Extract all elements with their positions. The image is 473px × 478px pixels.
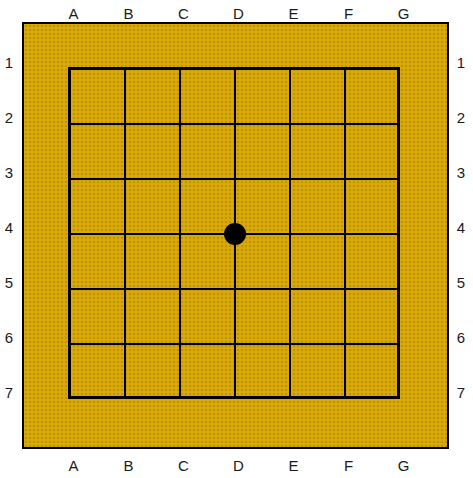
col-label-bottom-B: B: [101, 457, 156, 474]
intersection-E1[interactable]: [262, 41, 317, 96]
row-label-right-1: 1: [453, 35, 469, 90]
row-label-left-7: 7: [1, 365, 17, 420]
intersection-F5[interactable]: [317, 261, 372, 316]
intersection-C5[interactable]: [152, 261, 207, 316]
intersection-B4[interactable]: [97, 206, 152, 261]
col-label-top-E: E: [266, 5, 321, 22]
intersection-D7[interactable]: [207, 371, 262, 426]
row-label-left-3: 3: [1, 145, 17, 200]
intersection-G7[interactable]: [372, 371, 427, 426]
intersection-F6[interactable]: [317, 316, 372, 371]
col-label-top-C: C: [156, 5, 211, 22]
intersection-A7[interactable]: [42, 371, 97, 426]
col-label-bottom-G: G: [376, 457, 431, 474]
go-board: [22, 22, 449, 449]
intersection-E3[interactable]: [262, 151, 317, 206]
col-label-bottom-F: F: [321, 457, 376, 474]
intersection-B1[interactable]: [97, 41, 152, 96]
intersection-B5[interactable]: [97, 261, 152, 316]
intersection-C7[interactable]: [152, 371, 207, 426]
row-label-left-1: 1: [1, 35, 17, 90]
intersection-E2[interactable]: [262, 96, 317, 151]
star-point-D4: [224, 223, 246, 245]
row-labels-right: 1234567: [453, 35, 469, 420]
intersection-F3[interactable]: [317, 151, 372, 206]
col-label-bottom-C: C: [156, 457, 211, 474]
row-label-right-6: 6: [453, 310, 469, 365]
intersection-C3[interactable]: [152, 151, 207, 206]
col-label-top-D: D: [211, 5, 266, 22]
intersection-A5[interactable]: [42, 261, 97, 316]
intersection-A1[interactable]: [42, 41, 97, 96]
intersection-C4[interactable]: [152, 206, 207, 261]
intersection-E5[interactable]: [262, 261, 317, 316]
row-label-left-2: 2: [1, 90, 17, 145]
col-label-top-B: B: [101, 5, 156, 22]
intersection-D4[interactable]: [207, 206, 262, 261]
intersection-G2[interactable]: [372, 96, 427, 151]
intersection-D3[interactable]: [207, 151, 262, 206]
intersection-C6[interactable]: [152, 316, 207, 371]
intersection-A3[interactable]: [42, 151, 97, 206]
intersection-G3[interactable]: [372, 151, 427, 206]
row-label-left-5: 5: [1, 255, 17, 310]
row-label-right-2: 2: [453, 90, 469, 145]
col-label-top-A: A: [46, 5, 101, 22]
intersection-A6[interactable]: [42, 316, 97, 371]
intersection-G5[interactable]: [372, 261, 427, 316]
intersection-E7[interactable]: [262, 371, 317, 426]
col-label-bottom-E: E: [266, 457, 321, 474]
intersection-E6[interactable]: [262, 316, 317, 371]
row-label-right-4: 4: [453, 200, 469, 255]
intersection-G4[interactable]: [372, 206, 427, 261]
intersection-B6[interactable]: [97, 316, 152, 371]
row-label-right-7: 7: [453, 365, 469, 420]
row-label-left-6: 6: [1, 310, 17, 365]
intersection-B2[interactable]: [97, 96, 152, 151]
go-board-diagram: ABCDEFG ABCDEFG 1234567 1234567: [0, 0, 473, 478]
intersection-F1[interactable]: [317, 41, 372, 96]
column-labels-bottom: ABCDEFG: [46, 457, 431, 474]
intersection-F2[interactable]: [317, 96, 372, 151]
row-label-right-3: 3: [453, 145, 469, 200]
intersection-F7[interactable]: [317, 371, 372, 426]
intersection-D1[interactable]: [207, 41, 262, 96]
intersection-F4[interactable]: [317, 206, 372, 261]
col-label-bottom-D: D: [211, 457, 266, 474]
row-label-left-4: 4: [1, 200, 17, 255]
intersection-C2[interactable]: [152, 96, 207, 151]
col-label-top-F: F: [321, 5, 376, 22]
column-labels-top: ABCDEFG: [46, 5, 431, 22]
intersection-C1[interactable]: [152, 41, 207, 96]
col-label-bottom-A: A: [46, 457, 101, 474]
intersection-A4[interactable]: [42, 206, 97, 261]
intersection-G1[interactable]: [372, 41, 427, 96]
row-label-right-5: 5: [453, 255, 469, 310]
intersection-D5[interactable]: [207, 261, 262, 316]
intersection-D2[interactable]: [207, 96, 262, 151]
intersection-G6[interactable]: [372, 316, 427, 371]
intersection-B3[interactable]: [97, 151, 152, 206]
intersection-A2[interactable]: [42, 96, 97, 151]
row-labels-left: 1234567: [1, 35, 17, 420]
intersection-B7[interactable]: [97, 371, 152, 426]
intersection-E4[interactable]: [262, 206, 317, 261]
board-intersections: [42, 41, 427, 426]
col-label-top-G: G: [376, 5, 431, 22]
intersection-D6[interactable]: [207, 316, 262, 371]
